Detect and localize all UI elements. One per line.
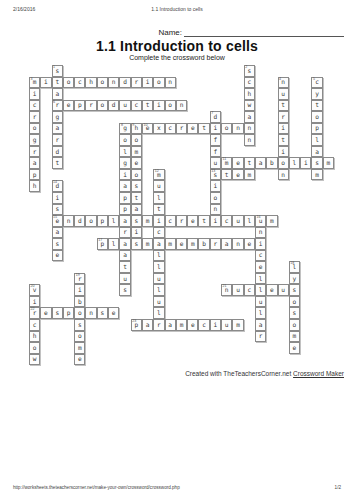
grid-cell: n [255,227,266,239]
header-doc-title: 1.1 Introduction to cells [0,6,354,12]
grid-cell: f [210,134,221,146]
grid-cell: o [311,111,322,123]
clue-number: 8 [121,124,123,128]
crossword-maker-link[interactable]: Crossword Maker [293,370,344,377]
cell-letter: o [33,125,37,131]
grid-cell: o [97,100,108,112]
cell-letter: t [146,102,150,108]
page-title: 1.1 Introduction to cells [0,38,354,54]
grid-cell: u [278,284,289,296]
clue-number: 5 [313,78,315,82]
cell-letter: i [33,91,37,97]
cell-letter: l [123,149,127,155]
grid-cell: 15e [52,215,63,227]
cell-letter: w [33,356,37,362]
grid-cell: t [278,100,289,112]
clue-number: 2 [245,66,247,70]
grid-cell: o [29,342,40,354]
cell-letter: i [214,218,218,224]
grid-cell: r [255,331,266,343]
grid-cell: t [278,134,289,146]
crossword-grid: 1s2s3mitochondrionc4n5ciahuyc6reproducti… [29,65,334,365]
grid-cell: l [255,273,266,285]
grid-cell: a [255,157,266,169]
credit-text: Created with TheTeachersCorner.net [185,370,293,377]
cell-letter: e [191,218,195,224]
grid-cell: r [52,134,63,146]
grid-cell: 1s [52,65,63,77]
grid-cell: n [278,169,289,181]
grid-cell: a [131,204,142,216]
grid-cell: i [29,296,40,308]
grid-cell: c [131,100,142,112]
cell-letter: u [236,287,240,293]
grid-cell: c [198,319,209,331]
clue-number: 1 [53,66,55,70]
cell-letter: i [157,218,161,224]
cell-letter: e [55,252,59,258]
cell-letter: r [89,102,93,108]
grid-cell: o [289,319,300,331]
cell-letter: r [259,333,263,339]
cell-letter: s [247,68,251,74]
cell-letter: l [293,160,297,166]
grid-cell: u [153,296,164,308]
cell-letter: g [33,137,37,143]
cell-letter: r [55,102,59,108]
cell-letter: p [315,125,319,131]
cell-letter: l [247,218,251,224]
grid-cell: p [29,169,40,181]
cell-letter: b [270,160,274,166]
cell-letter: c [33,322,37,328]
cell-letter: t [157,206,161,212]
cell-letter: t [315,102,319,108]
grid-cell: e [176,238,187,250]
cell-letter: i [259,241,263,247]
grid-cell: c [29,319,40,331]
cell-letter: o [78,310,82,316]
grid-cell: e [52,250,63,262]
cell-letter: u [281,287,285,293]
clue-number: 10 [143,124,147,128]
cell-letter: e [270,287,274,293]
grid-cell: 6r [52,100,63,112]
grid-cell: t [131,192,142,204]
cell-letter: u [157,299,161,305]
grid-cell: m [289,331,300,343]
grid-cell: o [210,192,221,204]
grid-cell: e [255,261,266,273]
grid-cell: m [142,238,153,250]
grid-cell: b [266,157,277,169]
cell-letter: n [112,79,116,85]
grid-cell: h [29,180,40,192]
clue-number: 6 [53,101,55,105]
cell-letter: o [101,102,105,108]
cell-letter: m [315,172,319,178]
grid-cell: 17p [97,238,108,250]
cell-letter: y [293,276,297,282]
grid-cell: i [255,238,266,250]
cell-letter: a [225,241,229,247]
grid-cell: e [187,319,198,331]
cell-letter: c [225,218,229,224]
cell-letter: r [281,114,285,120]
grid-cell: e [108,307,119,319]
grid-cell: d [119,77,130,89]
grid-cell: w [244,100,255,112]
name-label: Name: [158,28,182,37]
grid-cell: a [29,157,40,169]
cell-letter: m [168,241,172,247]
grid-cell: f [210,146,221,158]
grid-cell: i [52,192,63,204]
cell-letter: r [180,218,184,224]
cell-letter: p [123,206,127,212]
cell-letter: m [146,218,150,224]
grid-cell: c [74,77,85,89]
cell-letter: e [191,322,195,328]
grid-cell: o [289,296,300,308]
cell-letter: u [281,91,285,97]
grid-cell: n [108,77,119,89]
grid-cell: c [29,100,40,112]
cell-letter: n [247,125,251,131]
cell-letter: a [123,218,127,224]
grid-cell: l [255,307,266,319]
cell-letter: m [33,79,37,85]
grid-cell: 3m [29,77,40,89]
grid-cell: c [244,77,255,89]
grid-cell: x [153,123,164,135]
grid-cell: p [63,307,74,319]
grid-cell: 18l [289,261,300,273]
cell-letter: r [123,229,127,235]
clue-number: 15 [53,216,57,220]
cell-letter: s [55,206,59,212]
cell-letter: l [157,264,161,270]
grid-cell: l [153,307,164,319]
clue-number: 14 [53,181,57,185]
grid-cell: u [232,215,243,227]
grid-cell: o [278,157,289,169]
cell-letter: a [259,160,263,166]
grid-cell: l [255,284,266,296]
grid-cell: t [198,123,209,135]
grid-cell: n [232,123,243,135]
grid-cell: 13s [210,169,221,181]
cell-letter: c [315,79,319,85]
cell-letter: i [55,195,59,201]
grid-cell: m [311,169,322,181]
cell-letter: e [236,172,240,178]
grid-cell: i [131,227,142,239]
cell-letter: o [168,102,172,108]
cell-letter: e [44,310,48,316]
cell-letter: o [78,333,82,339]
grid-cell: o [97,77,108,89]
grid-cell: i [278,123,289,135]
grid-cell: i [278,146,289,158]
cell-letter: e [247,241,251,247]
cell-letter: f [214,149,218,155]
grid-cell: a [165,319,176,331]
grid-cell: a [255,319,266,331]
cell-letter: h [247,91,251,97]
cell-letter: f [214,137,218,143]
grid-cell: m [323,157,334,169]
cell-letter: r [33,114,37,120]
cell-letter: l [157,310,161,316]
grid-cell: r [119,227,130,239]
cell-letter: r [55,137,59,143]
cell-letter: n [67,218,71,224]
grid-cell: 12m [153,169,164,181]
grid-cell: l [289,157,300,169]
clue-number: 12 [155,170,159,174]
cell-letter: r [157,322,161,328]
grid-cell: a [119,238,130,250]
grid-cell: n [210,204,221,216]
cell-letter: t [202,218,206,224]
grid-cell: 14d [52,180,63,192]
grid-cell: 10e [142,123,153,135]
grid-cell: a [119,180,130,192]
grid-cell: m [266,215,277,227]
cell-letter: e [191,125,195,131]
cell-letter: i [78,287,82,293]
grid-cell: c [165,123,176,135]
cell-letter: o [157,79,161,85]
grid-cell: 21n [221,284,232,296]
grid-cell: e [232,169,243,181]
cell-letter: s [293,310,297,316]
cell-letter: n [236,241,240,247]
grid-cell: i [300,157,311,169]
cell-letter: m [191,241,195,247]
grid-cell: e [63,100,74,112]
cell-letter: a [55,125,59,131]
grid-cell: l [311,134,322,146]
grid-cell: s [289,284,300,296]
grid-cell: m [165,238,176,250]
cell-letter: o [225,125,229,131]
grid-cell: r [153,319,164,331]
cell-letter: a [33,160,37,166]
grid-cell: n [176,100,187,112]
clue-number: 13 [211,170,215,174]
cell-letter: i [214,183,218,189]
cell-letter: m [146,241,150,247]
cell-letter: s [315,160,319,166]
grid-cell: a [221,238,232,250]
cell-letter: x [157,125,161,131]
cell-letter: e [112,310,116,316]
cell-letter: l [112,241,116,247]
cell-letter: o [123,137,127,143]
grid-cell: a [52,123,63,135]
cell-letter: o [101,79,105,85]
cell-letter: b [202,241,206,247]
grid-cell: y [289,273,300,285]
cell-letter: d [112,102,116,108]
cell-letter: s [55,241,59,247]
grid-cell: g [52,111,63,123]
grid-cell: o [131,169,142,181]
cell-letter: d [123,79,127,85]
cell-letter: u [214,160,218,166]
grid-cell: p [119,192,130,204]
grid-cell: c [221,215,232,227]
name-blank-line [184,27,344,37]
grid-cell: o [165,100,176,112]
cell-letter: a [157,241,161,247]
cell-letter: c [78,79,82,85]
grid-cell: d [108,100,119,112]
grid-cell: u [119,100,130,112]
cell-letter: m [247,172,251,178]
cell-letter: i [44,79,48,85]
grid-cell: c [165,215,176,227]
grid-cell: l [153,261,164,273]
cell-letter: t [225,172,229,178]
cell-letter: t [134,195,138,201]
clue-number: 19 [76,274,80,278]
cell-letter: e [67,102,71,108]
cell-letter: i [214,322,218,328]
grid-cell: g [119,157,130,169]
grid-cell: a [52,227,63,239]
cell-letter: i [33,299,37,305]
cell-letter: s [78,322,82,328]
grid-cell: r [176,123,187,135]
grid-cell: s [52,238,63,250]
cell-letter: s [101,310,105,316]
grid-cell: u [278,88,289,100]
cell-letter: b [78,299,82,305]
cell-letter: n [281,79,285,85]
cell-letter: c [202,322,206,328]
cell-letter: o [293,322,297,328]
grid-cell: i [153,100,164,112]
grid-cell: l [153,284,164,296]
cell-letter: e [180,241,184,247]
cell-letter: u [225,322,229,328]
grid-cell: 7d [210,111,221,123]
cell-letter: n [281,172,285,178]
grid-cell: u [119,273,130,285]
grid-cell: m [187,238,198,250]
cell-letter: c [247,287,251,293]
grid-cell: c [255,250,266,262]
grid-cell: i [119,169,130,181]
cell-letter: y [315,91,319,97]
cell-letter: a [123,241,127,247]
grid-cell: b [198,238,209,250]
grid-cell: 20v [29,284,40,296]
grid-cell: l [108,238,119,250]
grid-cell: i [210,319,221,331]
grid-cell: a [311,146,322,158]
cell-letter: r [33,149,37,155]
grid-cell: n [85,307,96,319]
grid-cell: r [29,111,40,123]
cell-letter: a [134,206,138,212]
clue-number: 4 [279,78,281,82]
cell-letter: l [157,195,161,201]
grid-cell: s [131,238,142,250]
grid-cell: m [131,146,142,158]
grid-cell: t [52,157,63,169]
grid-cell: e [244,238,255,250]
cell-letter: g [123,125,127,131]
grid-cell: a [52,88,63,100]
grid-cell: d [52,146,63,158]
grid-cell: i [153,215,164,227]
grid-cell: s [74,319,85,331]
cell-letter: p [123,195,127,201]
cell-letter: n [168,79,172,85]
grid-cell: a [244,111,255,123]
cell-letter: l [112,218,116,224]
grid-cell: o [221,123,232,135]
grid-cell: o [29,123,40,135]
cell-letter: o [33,345,37,351]
grid-cell: l [119,146,130,158]
cell-letter: m [134,149,138,155]
cell-letter: r [214,241,218,247]
grid-cell: o [119,134,130,146]
cell-letter: i [281,125,285,131]
cell-letter: a [123,183,127,189]
grid-cell: t [221,169,232,181]
cell-letter: m [236,322,240,328]
cell-letter: t [202,125,206,131]
cell-letter: m [270,218,274,224]
clue-number: 7 [211,112,213,116]
cell-letter: h [134,125,138,131]
cell-letter: o [67,79,71,85]
grid-cell: h [29,331,40,343]
cell-letter: o [134,172,138,178]
cell-letter: u [236,218,240,224]
grid-cell: 5c [311,77,322,89]
cell-letter: l [259,276,263,282]
grid-cell: b [74,296,85,308]
grid-cell: o [153,77,164,89]
grid-cell: 8g [119,123,130,135]
footer-url: http://worksheets.theteacherscorner.net/… [13,485,180,490]
cell-letter: w [247,102,251,108]
grid-cell: n [232,238,243,250]
grid-cell: p [74,100,85,112]
cell-letter: n [247,137,251,143]
grid-cell: r [131,77,142,89]
grid-cell: i [210,215,221,227]
grid-cell: 2s [244,65,255,77]
cell-letter: i [146,79,150,85]
cell-letter: s [134,241,138,247]
footer-page-number: 1/2 [335,485,341,490]
grid-cell: 4n [278,77,289,89]
grid-cell: u [210,157,221,169]
grid-cell: e [187,215,198,227]
grid-cell: l [244,215,255,227]
cell-letter: p [33,172,37,178]
cell-letter: l [259,287,263,293]
cell-letter: s [293,287,297,293]
